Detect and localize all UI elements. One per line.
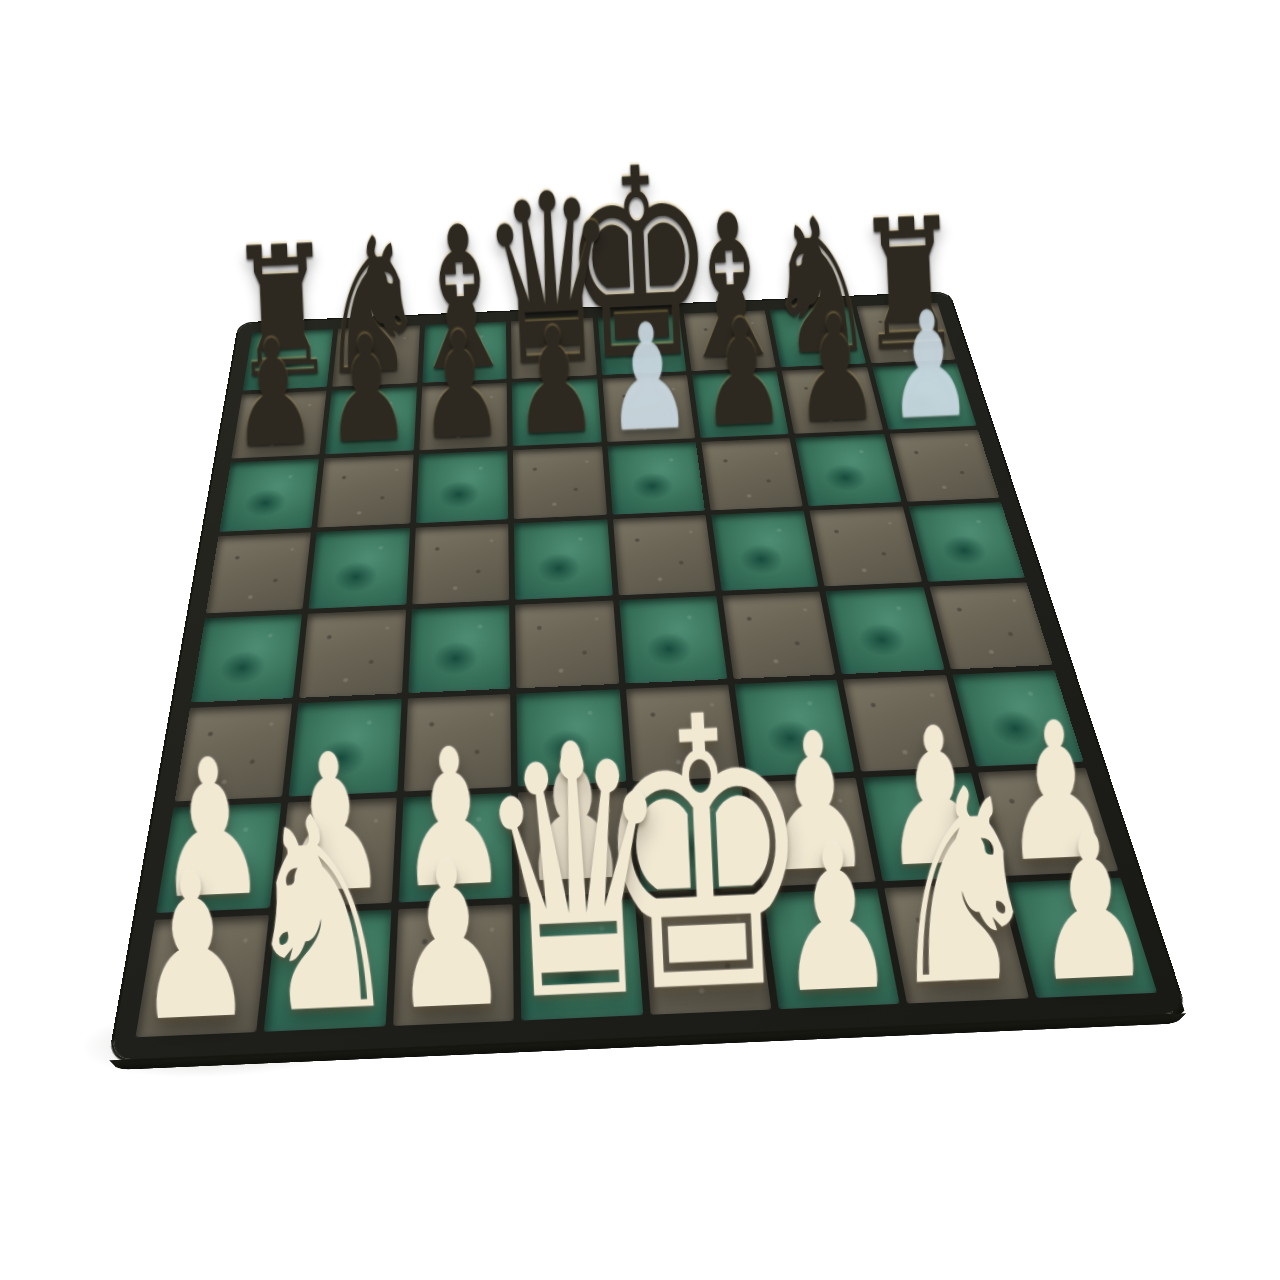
square-h4 [929,582,1053,669]
square-a1: ♟ [135,914,269,1037]
square-f6 [701,438,803,511]
square-f1: ♟ [763,888,900,1009]
square-d4 [515,600,618,688]
square-e7: ♟ [602,375,695,442]
square-g7: ♟ [782,367,883,433]
piece-black-knight-g8: ♞ [762,209,877,366]
square-b7: ♟ [325,387,416,454]
square-e6 [607,442,705,515]
square-h3 [952,670,1084,767]
square-h2: ♟ [977,768,1118,876]
square-e5 [613,515,716,595]
square-a8: ♜ [243,329,334,391]
square-c3 [403,694,511,792]
square-c1: ♟ [393,904,514,1026]
square-c7: ♟ [419,383,507,450]
square-h1: ♟ [1006,877,1157,998]
square-g3 [843,675,969,772]
square-g4 [826,587,945,674]
board-grid: ♜♞♝♛♚♝♞♜♟♟♟♟♟♟♟♟♟♟♟♟♟♟♟♟♞♟♛♚♟♞♟ [135,303,1157,1038]
square-f7: ♟ [692,371,789,437]
square-c5 [412,524,509,604]
square-b5 [309,528,410,608]
square-h7: ♟ [872,363,977,429]
square-e2 [633,783,755,891]
square-b3 [289,699,401,797]
square-b4 [299,609,405,698]
square-b8: ♞ [332,325,419,387]
square-f3 [734,680,855,777]
square-e8: ♚ [597,314,686,375]
square-a5 [206,532,311,613]
square-b2: ♟ [277,798,396,907]
piece-black-bishop-f8: ♝ [669,204,791,370]
square-d7: ♟ [512,379,601,446]
square-b6 [317,454,413,527]
perspective-scene: ♜♞♝♛♚♝♞♜♟♟♟♟♟♟♟♟♟♟♟♟♟♟♟♟♞♟♛♚♟♞♟ [170,152,1061,1043]
square-g6 [795,434,901,506]
square-d5 [514,519,612,599]
square-a3 [175,703,293,801]
square-c6 [416,450,509,523]
square-c8: ♝ [422,321,507,383]
square-c2: ♟ [398,793,512,902]
square-e1: ♚ [641,893,771,1015]
square-a2: ♟ [156,803,282,913]
square-d8: ♛ [511,318,596,379]
square-g5 [810,507,922,586]
square-f5 [711,511,818,591]
piece-black-knight-b8: ♞ [314,229,429,386]
square-g1: ♞ [884,883,1028,1004]
square-a7: ♟ [231,391,326,458]
square-b1: ♞ [264,909,391,1031]
square-d3 [517,689,626,787]
piece-black-rook-a8: ♜ [226,238,337,390]
square-d2: ♟ [518,788,634,897]
square-f2: ♟ [748,778,876,886]
square-a6 [219,458,319,531]
square-d1: ♛ [520,899,643,1021]
square-a4 [191,614,302,703]
piece-black-bishop-c8: ♝ [400,216,522,382]
square-g2: ♟ [863,773,998,881]
square-h6 [889,430,999,502]
square-f4 [722,591,836,679]
square-c4 [408,605,510,693]
board-tilt-wrapper: ♜♞♝♛♚♝♞♜♟♟♟♟♟♟♟♟♟♟♟♟♟♟♟♟♞♟♛♚♟♞♟ [170,152,1061,1043]
square-h5 [908,502,1025,581]
piece-black-rook-h8: ♜ [854,211,965,363]
square-e3 [625,684,740,781]
square-e4 [619,596,728,684]
chess-board: ♜♞♝♛♚♝♞♜♟♟♟♟♟♟♟♟♟♟♟♟♟♟♟♟♞♟♛♚♟♞♟ [110,292,1185,1060]
square-f8: ♝ [684,310,776,371]
square-h8: ♜ [856,303,955,364]
square-d6 [513,446,607,519]
chessboard-photo: ♜♞♝♛♚♝♞♜♟♟♟♟♟♟♟♟♟♟♟♟♟♟♟♟♞♟♛♚♟♞♟ [0,0,1280,1280]
square-g8: ♞ [770,306,866,367]
